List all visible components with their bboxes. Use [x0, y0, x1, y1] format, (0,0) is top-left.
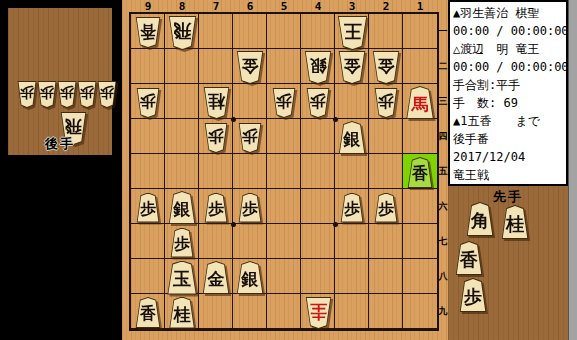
shogi-piece-角[interactable]: 角	[466, 202, 494, 236]
shogi-piece-金[interactable]: 金	[236, 51, 264, 84]
shogi-piece-金[interactable]: 金	[338, 51, 366, 84]
shogi-piece-香[interactable]: 香	[455, 241, 483, 275]
info-line-1: 00:00 / 00:00:00	[453, 22, 566, 40]
info-line-4: 手合割:平手	[453, 76, 566, 94]
shogi-piece-香[interactable]: 香	[135, 17, 161, 48]
gote-hand-tray: 歩歩歩歩歩飛 後手	[8, 8, 112, 155]
shogi-piece-歩[interactable]: 歩	[204, 123, 228, 153]
info-line-6: ▲1五香 まで	[453, 112, 566, 130]
info-line-2: △渡辺 明 竜王	[453, 40, 566, 58]
shogi-piece-歩[interactable]: 歩	[272, 88, 296, 118]
sente-hand-tray: 先手 角桂香歩	[448, 186, 568, 340]
gote-label: 後手	[8, 135, 112, 153]
shogi-piece-歩[interactable]: 歩	[17, 81, 37, 108]
shogi-piece-歩[interactable]: 歩	[170, 228, 194, 258]
shogi-piece-歩[interactable]: 歩	[77, 81, 97, 108]
shogi-piece-歩[interactable]: 歩	[374, 193, 398, 223]
rank-label-五: 五	[438, 154, 448, 189]
shogi-piece-歩[interactable]: 歩	[57, 81, 77, 108]
shogi-board: 987654321 一二三四五六七八九 香飛王金銀金金歩桂歩歩歩馬歩歩銀香歩銀歩…	[122, 0, 448, 340]
board-pieces: 香飛王金銀金金歩桂歩歩歩馬歩歩銀香歩銀歩歩歩歩歩玉金銀香桂圭	[131, 14, 437, 329]
shogi-piece-歩[interactable]: 歩	[238, 193, 262, 223]
shogi-piece-銀[interactable]: 銀	[338, 121, 366, 154]
shogi-piece-歩[interactable]: 歩	[238, 123, 262, 153]
shogi-piece-歩[interactable]: 歩	[97, 81, 117, 108]
shogi-piece-銀[interactable]: 銀	[304, 51, 332, 84]
shogi-piece-歩[interactable]: 歩	[340, 193, 364, 223]
shogi-piece-香[interactable]: 香	[135, 297, 161, 328]
rank-label-七: 七	[438, 224, 448, 259]
shogi-piece-歩[interactable]: 歩	[136, 193, 160, 223]
shogi-piece-圭[interactable]: 圭	[305, 297, 332, 329]
rank-label-八: 八	[438, 259, 448, 294]
info-line-9: 竜王戦	[453, 166, 566, 184]
rank-label-二: 二	[438, 49, 448, 84]
info-line-7: 後手番	[453, 130, 566, 148]
window-edge-strip	[568, 0, 577, 340]
shogi-piece-金[interactable]: 金	[202, 261, 230, 294]
rank-label-一: 一	[438, 14, 448, 49]
info-line-3: 00:00 / 00:00:00	[453, 58, 566, 76]
shogi-piece-歩[interactable]: 歩	[136, 88, 160, 118]
shogi-piece-桂[interactable]: 桂	[169, 297, 196, 329]
shogi-piece-香[interactable]: 香	[407, 157, 433, 188]
shogi-piece-金[interactable]: 金	[372, 51, 400, 84]
kifu-viewer-window: { "game": "shogi", "event": "竜王戦", "posi…	[0, 0, 577, 340]
shogi-piece-桂[interactable]: 桂	[501, 205, 529, 239]
shogi-piece-飛[interactable]: 飛	[168, 16, 197, 50]
rank-label-九: 九	[438, 294, 448, 329]
shogi-piece-馬[interactable]: 馬	[406, 86, 435, 119]
shogi-piece-歩[interactable]: 歩	[204, 193, 228, 223]
rank-label-三: 三	[438, 84, 448, 119]
shogi-piece-玉[interactable]: 玉	[167, 261, 198, 295]
rank-label-四: 四	[438, 119, 448, 154]
shogi-piece-銀[interactable]: 銀	[236, 261, 264, 294]
shogi-piece-王[interactable]: 王	[337, 16, 368, 50]
shogi-piece-歩[interactable]: 歩	[37, 81, 57, 108]
shogi-piece-桂[interactable]: 桂	[203, 87, 230, 119]
rank-label-六: 六	[438, 189, 448, 224]
shogi-piece-歩[interactable]: 歩	[459, 278, 487, 312]
shogi-piece-歩[interactable]: 歩	[374, 88, 398, 118]
info-line-8: 2017/12/04	[453, 148, 566, 166]
shogi-piece-銀[interactable]: 銀	[168, 191, 196, 224]
info-line-5: 手 数: 69	[453, 94, 566, 112]
game-info-panel: ▲羽生善治 棋聖00:00 / 00:00:00△渡辺 明 竜王00:00 / …	[448, 0, 568, 186]
shogi-piece-歩[interactable]: 歩	[306, 88, 330, 118]
info-line-0: ▲羽生善治 棋聖	[453, 4, 566, 22]
